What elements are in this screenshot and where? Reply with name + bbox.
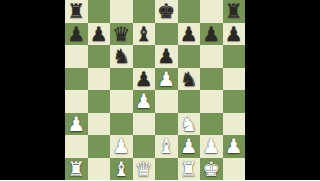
white-bishop-e2: ♝ xyxy=(157,135,175,158)
square-e5[interactable]: ♟ xyxy=(155,68,178,91)
square-e8[interactable]: ♚ xyxy=(155,0,178,23)
square-d5[interactable]: ♟ xyxy=(133,68,156,91)
chess-app-stage: ♜♚♜♟♟♛♝♟♟♟♞♟♟♟♞♟♟♞♟♝♟♟♟♜♝♛♜♚ xyxy=(0,0,320,180)
square-c6[interactable]: ♞ xyxy=(110,45,133,68)
square-f3[interactable]: ♞ xyxy=(178,113,201,136)
black-rook-h8: ♜ xyxy=(225,0,243,23)
square-d8[interactable] xyxy=(133,0,156,23)
white-pawn-c2: ♟ xyxy=(112,135,130,158)
white-knight-f3: ♞ xyxy=(180,113,198,136)
black-rook-a8: ♜ xyxy=(67,0,85,23)
square-g2[interactable]: ♟ xyxy=(200,135,223,158)
square-g5[interactable] xyxy=(200,68,223,91)
square-e3[interactable] xyxy=(155,113,178,136)
white-rook-a1: ♜ xyxy=(67,158,85,181)
square-a5[interactable] xyxy=(65,68,88,91)
square-b2[interactable] xyxy=(88,135,111,158)
square-h8[interactable]: ♜ xyxy=(223,0,246,23)
square-c3[interactable] xyxy=(110,113,133,136)
square-e2[interactable]: ♝ xyxy=(155,135,178,158)
square-f6[interactable] xyxy=(178,45,201,68)
square-b1[interactable] xyxy=(88,158,111,181)
square-d4[interactable]: ♟ xyxy=(133,90,156,113)
square-d6[interactable] xyxy=(133,45,156,68)
chess-board[interactable]: ♜♚♜♟♟♛♝♟♟♟♞♟♟♟♞♟♟♞♟♝♟♟♟♜♝♛♜♚ xyxy=(65,0,245,180)
black-bishop-d7: ♝ xyxy=(135,23,153,46)
white-king-g1: ♚ xyxy=(202,158,220,181)
square-b6[interactable] xyxy=(88,45,111,68)
square-f4[interactable] xyxy=(178,90,201,113)
square-b8[interactable] xyxy=(88,0,111,23)
square-d1[interactable]: ♛ xyxy=(133,158,156,181)
square-h6[interactable] xyxy=(223,45,246,68)
square-c2[interactable]: ♟ xyxy=(110,135,133,158)
square-h4[interactable] xyxy=(223,90,246,113)
white-pawn-a3: ♟ xyxy=(67,113,85,136)
square-h3[interactable] xyxy=(223,113,246,136)
square-d2[interactable] xyxy=(133,135,156,158)
square-c8[interactable] xyxy=(110,0,133,23)
square-h1[interactable] xyxy=(223,158,246,181)
square-g3[interactable] xyxy=(200,113,223,136)
square-b7[interactable]: ♟ xyxy=(88,23,111,46)
square-g1[interactable]: ♚ xyxy=(200,158,223,181)
white-rook-f1: ♜ xyxy=(180,158,198,181)
square-g6[interactable] xyxy=(200,45,223,68)
square-b3[interactable] xyxy=(88,113,111,136)
square-e7[interactable] xyxy=(155,23,178,46)
square-c7[interactable]: ♛ xyxy=(110,23,133,46)
square-a4[interactable] xyxy=(65,90,88,113)
square-c5[interactable] xyxy=(110,68,133,91)
square-c4[interactable] xyxy=(110,90,133,113)
square-h5[interactable] xyxy=(223,68,246,91)
square-a8[interactable]: ♜ xyxy=(65,0,88,23)
square-d7[interactable]: ♝ xyxy=(133,23,156,46)
square-e6[interactable]: ♟ xyxy=(155,45,178,68)
square-f1[interactable]: ♜ xyxy=(178,158,201,181)
square-a7[interactable]: ♟ xyxy=(65,23,88,46)
square-d3[interactable] xyxy=(133,113,156,136)
square-a3[interactable]: ♟ xyxy=(65,113,88,136)
square-b5[interactable] xyxy=(88,68,111,91)
black-queen-c7: ♛ xyxy=(112,23,130,46)
square-f8[interactable] xyxy=(178,0,201,23)
letterbox-right xyxy=(245,0,320,180)
white-pawn-d4: ♟ xyxy=(135,90,153,113)
square-a6[interactable] xyxy=(65,45,88,68)
black-knight-c6: ♞ xyxy=(112,45,130,68)
black-knight-f5: ♞ xyxy=(180,68,198,91)
square-e4[interactable] xyxy=(155,90,178,113)
white-pawn-e5: ♟ xyxy=(157,68,175,91)
square-h2[interactable]: ♟ xyxy=(223,135,246,158)
square-a1[interactable]: ♜ xyxy=(65,158,88,181)
white-pawn-f2: ♟ xyxy=(180,135,198,158)
square-f7[interactable]: ♟ xyxy=(178,23,201,46)
white-bishop-c1: ♝ xyxy=(112,158,130,181)
black-pawn-e6: ♟ xyxy=(157,45,175,68)
black-pawn-d5: ♟ xyxy=(135,68,153,91)
white-pawn-g2: ♟ xyxy=(202,135,220,158)
square-f2[interactable]: ♟ xyxy=(178,135,201,158)
black-pawn-h7: ♟ xyxy=(225,23,243,46)
black-king-e8: ♚ xyxy=(157,0,175,23)
black-pawn-a7: ♟ xyxy=(67,23,85,46)
square-a2[interactable] xyxy=(65,135,88,158)
letterbox-left xyxy=(0,0,65,180)
square-g7[interactable]: ♟ xyxy=(200,23,223,46)
white-pawn-h2: ♟ xyxy=(225,135,243,158)
square-c1[interactable]: ♝ xyxy=(110,158,133,181)
black-pawn-f7: ♟ xyxy=(180,23,198,46)
square-g8[interactable] xyxy=(200,0,223,23)
square-e1[interactable] xyxy=(155,158,178,181)
square-h7[interactable]: ♟ xyxy=(223,23,246,46)
black-pawn-b7: ♟ xyxy=(90,23,108,46)
square-f5[interactable]: ♞ xyxy=(178,68,201,91)
white-queen-d1: ♛ xyxy=(135,158,153,181)
square-g4[interactable] xyxy=(200,90,223,113)
black-pawn-g7: ♟ xyxy=(202,23,220,46)
square-b4[interactable] xyxy=(88,90,111,113)
